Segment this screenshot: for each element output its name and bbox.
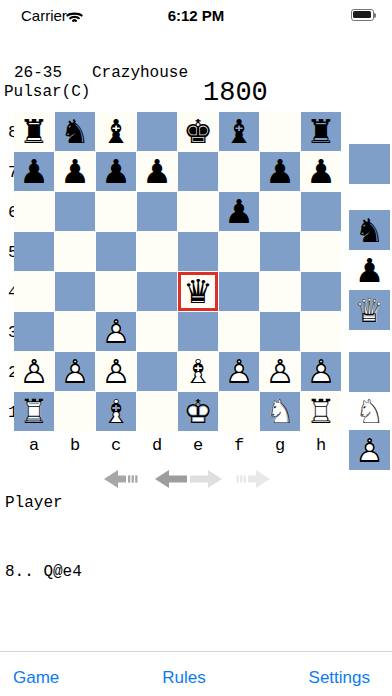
square-g8[interactable] bbox=[260, 112, 300, 151]
file-label-d: d bbox=[137, 434, 177, 458]
white-rook: ♜♖ bbox=[306, 395, 336, 428]
black-pawn: ♟ bbox=[265, 155, 295, 188]
white-knight: ♞♘ bbox=[355, 395, 385, 428]
file-label-a: a bbox=[14, 434, 54, 458]
white-rook: ♜♖ bbox=[19, 395, 49, 428]
square-c5[interactable] bbox=[96, 232, 136, 271]
square-a3[interactable] bbox=[14, 312, 54, 351]
square-h3[interactable] bbox=[301, 312, 341, 351]
square-g6[interactable] bbox=[260, 192, 300, 231]
white-pawn: ♟♙ bbox=[306, 355, 336, 388]
square-c3[interactable]: ♟♙ bbox=[96, 312, 136, 351]
square-f8[interactable]: ♝ bbox=[219, 112, 259, 151]
white-pawn: ♟♙ bbox=[19, 355, 49, 388]
square-e2[interactable]: ♝♗ bbox=[178, 352, 218, 391]
last-move-text: 8.. Q@e4 bbox=[5, 563, 82, 581]
pocket-black-pawn[interactable]: ♟ bbox=[349, 250, 390, 290]
file-label-g: g bbox=[260, 434, 300, 458]
white-pawn: ♟♙ bbox=[101, 355, 131, 388]
square-h7[interactable]: ♟ bbox=[301, 152, 341, 191]
square-g3[interactable] bbox=[260, 312, 300, 351]
black-bishop: ♝ bbox=[224, 115, 254, 148]
square-b2[interactable]: ♟♙ bbox=[55, 352, 95, 391]
toolbar-rules-button[interactable]: Rules bbox=[162, 668, 205, 688]
square-d4[interactable] bbox=[137, 272, 177, 311]
square-d3[interactable] bbox=[137, 312, 177, 351]
square-c4[interactable] bbox=[96, 272, 136, 311]
square-a1[interactable]: ♜♖ bbox=[14, 392, 54, 431]
pocket-empty-slot[interactable] bbox=[349, 144, 390, 184]
player-label: Player bbox=[5, 494, 63, 512]
file-labels: abcdefgh bbox=[14, 434, 341, 458]
engine-name: Pulsar(C) bbox=[4, 83, 90, 101]
black-knight: ♞ bbox=[355, 214, 385, 247]
pocket-black-knight[interactable]: ♞ bbox=[349, 210, 390, 250]
square-a2[interactable]: ♟♙ bbox=[14, 352, 54, 391]
move-navigation bbox=[0, 469, 392, 491]
square-d2[interactable] bbox=[137, 352, 177, 391]
pocket-white-pawn[interactable]: ♟♙ bbox=[349, 430, 390, 470]
toolbar-settings-button[interactable]: Settings bbox=[309, 668, 370, 688]
square-a7[interactable]: ♟ bbox=[14, 152, 54, 191]
white-pawn: ♟♙ bbox=[60, 355, 90, 388]
white-pawn: ♟♙ bbox=[355, 434, 385, 467]
square-b8[interactable]: ♞ bbox=[55, 112, 95, 151]
square-e5[interactable] bbox=[178, 232, 218, 271]
square-f6[interactable]: ♟ bbox=[219, 192, 259, 231]
square-d5[interactable] bbox=[137, 232, 177, 271]
black-knight: ♞ bbox=[60, 115, 90, 148]
file-label-c: c bbox=[96, 434, 136, 458]
square-a5[interactable] bbox=[14, 232, 54, 271]
black-queen: ♛ bbox=[183, 275, 213, 308]
square-h6[interactable] bbox=[301, 192, 341, 231]
square-e8[interactable]: ♚ bbox=[178, 112, 218, 151]
square-a4[interactable] bbox=[14, 272, 54, 311]
square-c1[interactable]: ♝♗ bbox=[96, 392, 136, 431]
white-king: ♚♔ bbox=[183, 395, 213, 428]
square-b7[interactable]: ♟ bbox=[55, 152, 95, 191]
square-h4[interactable] bbox=[301, 272, 341, 311]
square-g5[interactable] bbox=[260, 232, 300, 271]
black-pawn: ♟ bbox=[19, 155, 49, 188]
square-f4[interactable] bbox=[219, 272, 259, 311]
file-label-b: b bbox=[55, 434, 95, 458]
square-c7[interactable]: ♟ bbox=[96, 152, 136, 191]
white-pawn: ♟♙ bbox=[101, 315, 131, 348]
file-label-h: h bbox=[301, 434, 341, 458]
toolbar-game-button[interactable]: Game bbox=[13, 668, 59, 688]
square-d1[interactable] bbox=[137, 392, 177, 431]
square-e4[interactable]: ♛ bbox=[178, 272, 218, 311]
step-forward-button[interactable] bbox=[190, 469, 222, 489]
square-d6[interactable] bbox=[137, 192, 177, 231]
square-e1[interactable]: ♚♔ bbox=[178, 392, 218, 431]
clock-time: 6:12 PM bbox=[0, 7, 392, 24]
engine-rating: 1800 bbox=[203, 78, 268, 108]
jump-back-button[interactable] bbox=[104, 469, 138, 489]
square-f5[interactable] bbox=[219, 232, 259, 271]
black-rook: ♜ bbox=[19, 115, 49, 148]
chess-board: ♜♞♝♚♝♜♟♟♟♟♟♟♟♛♟♙♟♙♟♙♟♙♝♗♟♙♟♙♟♙♜♖♝♗♚♔♞♘♜♖ bbox=[14, 112, 341, 431]
black-pawn: ♟ bbox=[101, 155, 131, 188]
black-rook: ♜ bbox=[306, 115, 336, 148]
square-c8[interactable]: ♝ bbox=[96, 112, 136, 151]
square-h2[interactable]: ♟♙ bbox=[301, 352, 341, 391]
square-f1[interactable] bbox=[219, 392, 259, 431]
bottom-toolbar: GameRulesSettings bbox=[0, 651, 392, 688]
square-f3[interactable] bbox=[219, 312, 259, 351]
engine-move-range: 26-35 bbox=[14, 64, 62, 82]
pocket-white-knight[interactable]: ♞♘ bbox=[349, 391, 390, 431]
white-queen: ♛♕ bbox=[355, 294, 385, 327]
black-pawn: ♟ bbox=[355, 254, 385, 287]
black-pawn: ♟ bbox=[306, 155, 336, 188]
square-f7[interactable] bbox=[219, 152, 259, 191]
square-b5[interactable] bbox=[55, 232, 95, 271]
square-e6[interactable] bbox=[178, 192, 218, 231]
square-h5[interactable] bbox=[301, 232, 341, 271]
square-c6[interactable] bbox=[96, 192, 136, 231]
file-label-f: f bbox=[219, 434, 259, 458]
white-pawn: ♟♙ bbox=[224, 355, 254, 388]
square-h8[interactable]: ♜ bbox=[301, 112, 341, 151]
square-g4[interactable] bbox=[260, 272, 300, 311]
square-b1[interactable] bbox=[55, 392, 95, 431]
square-e7[interactable] bbox=[178, 152, 218, 191]
black-bishop: ♝ bbox=[101, 115, 131, 148]
step-back-button[interactable] bbox=[155, 469, 187, 489]
white-bishop: ♝♗ bbox=[183, 355, 213, 388]
square-a6[interactable] bbox=[14, 192, 54, 231]
square-b4[interactable] bbox=[55, 272, 95, 311]
black-king: ♚ bbox=[183, 115, 213, 148]
pocket-empty-slot[interactable] bbox=[349, 352, 390, 392]
square-g7[interactable]: ♟ bbox=[260, 152, 300, 191]
white-bishop: ♝♗ bbox=[101, 395, 131, 428]
black-pawn: ♟ bbox=[142, 155, 172, 188]
variant-name: Crazyhouse bbox=[92, 64, 188, 82]
jump-forward-button[interactable] bbox=[236, 469, 270, 489]
battery-icon bbox=[351, 9, 376, 21]
square-a8[interactable]: ♜ bbox=[14, 112, 54, 151]
status-bar: Carrier 6:12 PM bbox=[0, 0, 392, 30]
square-c2[interactable]: ♟♙ bbox=[96, 352, 136, 391]
file-label-e: e bbox=[178, 434, 218, 458]
white-pawn: ♟♙ bbox=[265, 355, 295, 388]
square-b3[interactable] bbox=[55, 312, 95, 351]
square-g2[interactable]: ♟♙ bbox=[260, 352, 300, 391]
white-knight: ♞♘ bbox=[265, 395, 295, 428]
square-e3[interactable] bbox=[178, 312, 218, 351]
square-d7[interactable]: ♟ bbox=[137, 152, 177, 191]
square-g1[interactable]: ♞♘ bbox=[260, 392, 300, 431]
square-f2[interactable]: ♟♙ bbox=[219, 352, 259, 391]
black-pawn: ♟ bbox=[60, 155, 90, 188]
square-b6[interactable] bbox=[55, 192, 95, 231]
app-screen: Carrier 6:12 PM 26-35 Crazyhouse Pulsar(… bbox=[0, 0, 392, 696]
square-h1[interactable]: ♜♖ bbox=[301, 392, 341, 431]
pocket-white-queen[interactable]: ♛♕ bbox=[349, 290, 390, 330]
black-pawn: ♟ bbox=[224, 195, 254, 228]
square-d8[interactable] bbox=[137, 112, 177, 151]
